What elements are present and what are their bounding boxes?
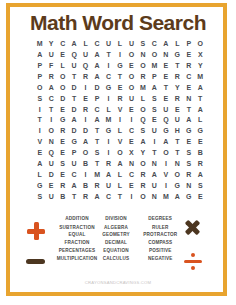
grid-cell: I (45, 115, 56, 126)
grid-cell: S (183, 147, 194, 158)
grid-cell: T (172, 147, 183, 158)
grid-cell: E (160, 71, 171, 82)
grid-cell: E (183, 136, 194, 147)
grid-cell: D (91, 82, 102, 93)
grid-cell: I (160, 180, 171, 191)
grid-cell: T (45, 104, 56, 115)
grid-cell: Q (80, 60, 91, 71)
grid-cell: G (103, 125, 114, 136)
grid-cell: U (172, 115, 183, 126)
grid-cell: I (103, 147, 114, 158)
grid-cell: B (57, 191, 68, 202)
grid-cell: U (160, 104, 171, 115)
grid-cell: G (160, 125, 171, 136)
grid-cell: B (195, 147, 206, 158)
grid-cell: Y (195, 60, 206, 71)
grid-cell: R (172, 93, 183, 104)
grid-cell: A (172, 191, 183, 202)
grid-cell: C (68, 169, 79, 180)
grid-cell: L (114, 125, 125, 136)
grid-cell: T (114, 191, 125, 202)
grid-cell: I (80, 82, 91, 93)
grid-cell: S (149, 104, 160, 115)
grid-cell: N (149, 158, 160, 169)
word-search-grid: MYCALCULUSCALPOAUEQUATIONONGEXPFLUQAIGEO… (34, 38, 206, 202)
grid-cell: O (45, 125, 56, 136)
grid-cell: L (80, 38, 91, 49)
grid-cell: I (103, 93, 114, 104)
grid-cell: T (103, 49, 114, 60)
grid-cell: E (126, 180, 137, 191)
grid-cell: N (183, 93, 194, 104)
grid-cell: R (183, 169, 194, 180)
grid-cell: A (183, 115, 194, 126)
grid-cell: E (195, 191, 206, 202)
grid-cell: B (80, 180, 91, 191)
grid-cell: T (172, 60, 183, 71)
grid-cell: T (68, 71, 79, 82)
grid-cell: T (114, 71, 125, 82)
grid-cell: M (91, 169, 102, 180)
grid-cell: S (34, 93, 45, 104)
grid-cell: C (183, 71, 194, 82)
grid-cell: U (80, 49, 91, 60)
grid-cell: E (57, 104, 68, 115)
grid-cell: C (45, 93, 56, 104)
grid-cell: R (172, 71, 183, 82)
grid-cell: Q (45, 147, 56, 158)
grid-cell: U (149, 125, 160, 136)
grid-cell: D (68, 82, 79, 93)
grid-cell: N (149, 191, 160, 202)
grid-cell: A (114, 158, 125, 169)
grid-cell: A (45, 82, 56, 93)
grid-cell: T (91, 158, 102, 169)
grid-cell: E (160, 60, 171, 71)
grid-cell: G (183, 191, 194, 202)
grid-cell: I (149, 136, 160, 147)
grid-cell: I (114, 49, 125, 60)
grid-cell: A (91, 71, 102, 82)
grid-cell: O (126, 49, 137, 60)
grid-cell: E (57, 169, 68, 180)
grid-cell: R (103, 158, 114, 169)
grid-cell: R (45, 71, 56, 82)
grid-cell: G (103, 82, 114, 93)
grid-cell: U (45, 49, 56, 60)
grid-cell: I (126, 191, 137, 202)
grid-cell: U (103, 38, 114, 49)
grid-cell: E (114, 82, 125, 93)
grid-cell: Y (137, 147, 148, 158)
grid-cell: I (103, 136, 114, 147)
grid-cell: O (137, 104, 148, 115)
divide-dot-top (191, 253, 195, 257)
grid-cell: E (45, 180, 56, 191)
grid-cell: U (126, 93, 137, 104)
grid-cell: A (91, 191, 102, 202)
grid-cell: R (137, 71, 148, 82)
grid-cell: O (80, 147, 91, 158)
grid-cell: O (57, 82, 68, 93)
grid-cell: I (114, 115, 125, 126)
grid-cell: V (160, 169, 171, 180)
grid-cell: A (34, 49, 45, 60)
grid-cell: E (80, 93, 91, 104)
word-list-item: PROTRACTOR (129, 231, 192, 239)
grid-cell: Y (172, 82, 183, 93)
grid-cell: R (80, 191, 91, 202)
grid-cell: A (149, 169, 160, 180)
grid-cell: O (137, 191, 148, 202)
grid-cell: O (137, 158, 148, 169)
grid-cell: I (160, 158, 171, 169)
grid-cell: C (103, 191, 114, 202)
grid-cell: N (126, 158, 137, 169)
grid-cell: M (103, 115, 114, 126)
grid-cell: R (57, 125, 68, 136)
grid-cell: N (137, 49, 148, 60)
grid-cell: Q (137, 115, 148, 126)
grid-cell: X (195, 49, 206, 60)
grid-cell: A (195, 82, 206, 93)
grid-cell: T (34, 115, 45, 126)
grid-cell: C (91, 38, 102, 49)
grid-cell: P (34, 60, 45, 71)
grid-cell: E (126, 60, 137, 71)
grid-cell: O (126, 71, 137, 82)
grid-cell: Y (45, 38, 56, 49)
word-list-item: COMPASS (129, 239, 192, 247)
grid-cell: E (126, 104, 137, 115)
grid-cell: E (183, 49, 194, 60)
grid-cell: O (160, 147, 171, 158)
grid-cell: M (160, 191, 171, 202)
grid-cell: P (68, 147, 79, 158)
grid-cell: F (45, 60, 56, 71)
grid-cell: U (68, 60, 79, 71)
grid-cell: A (34, 158, 45, 169)
grid-cell: A (160, 38, 171, 49)
grid-cell: L (114, 180, 125, 191)
grid-cell: M (137, 82, 148, 93)
grid-cell: R (80, 104, 91, 115)
grid-cell: E (149, 115, 160, 126)
word-list-item: POSITIVE (129, 247, 192, 255)
grid-cell: A (149, 82, 160, 93)
footer-credit: CRAYONSANDCRAVINGS.COM (76, 280, 160, 284)
minus-icon (26, 259, 45, 264)
grid-cell: G (183, 125, 194, 136)
grid-cell: A (103, 169, 114, 180)
grid-cell: E (57, 147, 68, 158)
page-title: Math Word Search (0, 11, 236, 35)
grid-cell: I (103, 60, 114, 71)
grid-cell: E (126, 136, 137, 147)
grid-cell: E (160, 93, 171, 104)
grid-cell: I (34, 125, 45, 136)
grid-cell: D (80, 125, 91, 136)
grid-cell: N (160, 49, 171, 60)
grid-cell: D (57, 93, 68, 104)
grid-cell: A (195, 169, 206, 180)
grid-cell: C (126, 125, 137, 136)
grid-cell: A (195, 104, 206, 115)
grid-cell: O (195, 38, 206, 49)
grid-cell: P (91, 93, 102, 104)
grid-cell: I (34, 104, 45, 115)
grid-cell: E (172, 104, 183, 115)
grid-cell: G (57, 115, 68, 126)
grid-cell: B (80, 158, 91, 169)
grid-cell: C (126, 169, 137, 180)
grid-cell: V (34, 136, 45, 147)
grid-cell: L (137, 93, 148, 104)
page: Math Word Search MYCALCULUSCALPOAUEQUATI… (0, 0, 236, 305)
grid-cell: O (57, 71, 68, 82)
grid-cell: O (114, 147, 125, 158)
grid-cell: G (114, 60, 125, 71)
grid-cell: A (68, 180, 79, 191)
word-list: ADDITIONSUBTRACTIONEQUALFRACTIONPERCENTA… (47, 215, 205, 271)
grid-cell: R (91, 180, 102, 191)
grid-cell: S (137, 38, 148, 49)
grid-cell: S (183, 158, 194, 169)
grid-cell: T (91, 136, 102, 147)
grid-cell: P (149, 71, 160, 82)
grid-cell: A (68, 115, 79, 126)
grid-cell: D (45, 169, 56, 180)
grid-cell: H (172, 125, 183, 136)
grid-cell: R (195, 158, 206, 169)
grid-cell: U (126, 38, 137, 49)
grid-cell: R (57, 180, 68, 191)
word-list-item: NEGATIVE (129, 255, 192, 263)
grid-cell: S (34, 191, 45, 202)
grid-cell: S (91, 147, 102, 158)
grid-cell: N (183, 180, 194, 191)
grid-cell: O (137, 60, 148, 71)
grid-cell: V (114, 136, 125, 147)
grid-cell: C (57, 38, 68, 49)
grid-cell: I (80, 169, 91, 180)
grid-cell: A (80, 136, 91, 147)
grid-cell: E (183, 82, 194, 93)
grid-cell: P (34, 71, 45, 82)
grid-cell: A (160, 136, 171, 147)
grid-cell: N (172, 158, 183, 169)
grid-cell: L (172, 38, 183, 49)
grid-cell: O (126, 82, 137, 93)
grid-cell: U (103, 180, 114, 191)
grid-cell: O (34, 82, 45, 93)
grid-cell: E (57, 136, 68, 147)
grid-cell: S (195, 180, 206, 191)
grid-cell: R (183, 60, 194, 71)
grid-cell: G (195, 125, 206, 136)
grid-cell: A (91, 60, 102, 71)
grid-cell: M (149, 60, 160, 71)
grid-cell: G (172, 49, 183, 60)
grid-cell: O (172, 169, 183, 180)
grid-cell: C (149, 38, 160, 49)
grid-cell: L (103, 104, 114, 115)
grid-cell: C (103, 71, 114, 82)
grid-cell: A (91, 115, 102, 126)
grid-cell: L (57, 60, 68, 71)
grid-cell: R (137, 169, 148, 180)
grid-cell: G (172, 180, 183, 191)
grid-cell: A (91, 49, 102, 60)
grid-cell: R (137, 180, 148, 191)
grid-cell: L (34, 169, 45, 180)
grid-cell: U (68, 158, 79, 169)
grid-cell: U (149, 180, 160, 191)
grid-cell: L (195, 115, 206, 126)
grid-cell: Q (68, 49, 79, 60)
grid-cell: C (91, 104, 102, 115)
grid-cell: S (57, 158, 68, 169)
grid-cell: G (34, 180, 45, 191)
grid-cell: E (195, 136, 206, 147)
grid-cell: T (91, 125, 102, 136)
grid-cell: S (149, 93, 160, 104)
grid-cell: Q (160, 115, 171, 126)
grid-cell: G (68, 136, 79, 147)
divide-bar (184, 260, 202, 264)
grid-cell: D (68, 125, 79, 136)
grid-cell: L (114, 38, 125, 49)
grid-cell: N (45, 136, 56, 147)
grid-cell: M (34, 38, 45, 49)
grid-cell: S (137, 125, 148, 136)
divide-dot-bottom (191, 266, 195, 270)
grid-cell: L (114, 169, 125, 180)
word-list-item: DEGREES (129, 215, 192, 223)
grid-cell: A (137, 136, 148, 147)
grid-cell: T (68, 93, 79, 104)
grid-cell: O (149, 49, 160, 60)
grid-cell: X (126, 147, 137, 158)
word-list-column-3: DEGREESRULERPROTRACTORCOMPASSPOSITIVENEG… (129, 215, 192, 263)
grid-cell: P (183, 38, 194, 49)
grid-cell: U (45, 158, 56, 169)
divide-icon (184, 252, 202, 270)
grid-cell: T (149, 147, 160, 158)
grid-cell: T (195, 93, 206, 104)
grid-cell: T (160, 82, 171, 93)
grid-cell: U (45, 191, 56, 202)
grid-cell: V (114, 104, 125, 115)
grid-cell: T (172, 136, 183, 147)
grid-cell: E (57, 49, 68, 60)
grid-cell: I (126, 115, 137, 126)
grid-cell: D (68, 104, 79, 115)
grid-cell: T (183, 104, 194, 115)
grid-cell: R (80, 71, 91, 82)
plus-icon (27, 222, 45, 240)
grid-cell: A (68, 38, 79, 49)
grid-cell: T (68, 191, 79, 202)
grid-cell: M (195, 71, 206, 82)
grid-cell: I (80, 115, 91, 126)
grid-cell: R (114, 93, 125, 104)
grid-cell: E (34, 147, 45, 158)
